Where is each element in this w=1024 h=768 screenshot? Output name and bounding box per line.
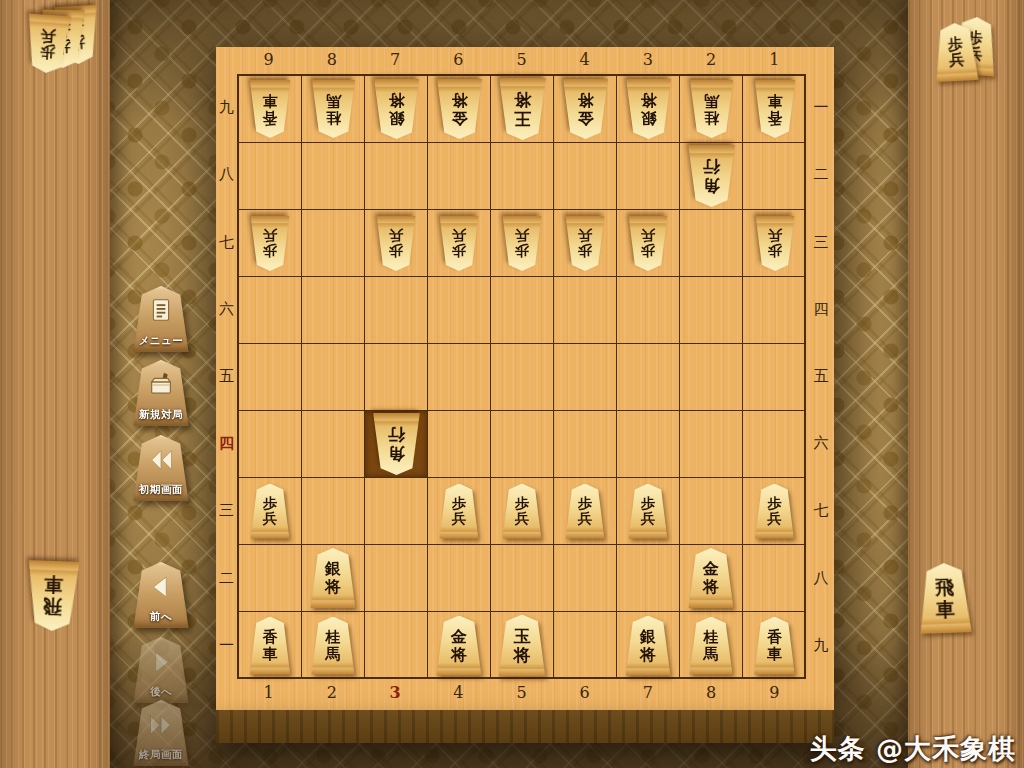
- coord-label: 五: [808, 343, 834, 410]
- coord-label: 7: [363, 50, 426, 69]
- piece-silver-gote[interactable]: 銀将: [371, 79, 422, 139]
- piece-pawn-sente[interactable]: 歩兵: [753, 484, 797, 539]
- square-8-6[interactable]: [302, 411, 365, 478]
- coord-label: 4: [427, 683, 490, 702]
- square-8-9[interactable]: 桂馬: [302, 612, 365, 679]
- square-6-7[interactable]: 歩兵: [428, 478, 491, 545]
- piece-pawn-sente[interactable]: 歩兵: [563, 484, 607, 539]
- piece-pawn-sente[interactable]: 歩兵: [626, 484, 670, 539]
- square-4-2[interactable]: [554, 143, 617, 210]
- square-3-7[interactable]: 歩兵: [617, 478, 680, 545]
- square-1-2[interactable]: [743, 143, 806, 210]
- square-7-1[interactable]: 銀将: [365, 76, 428, 143]
- gote-hand-pawn-tray[interactable]: 歩兵歩兵歩兵: [24, 6, 110, 78]
- square-6-4[interactable]: [428, 277, 491, 344]
- rank-labels-right: 一二三四五六七八九: [808, 74, 834, 679]
- button-rewind-start[interactable]: 初期画面: [131, 435, 191, 501]
- square-2-3[interactable]: [680, 210, 743, 277]
- coord-label: 8: [300, 50, 363, 69]
- piece-gold-sente[interactable]: 金将: [434, 616, 485, 676]
- piece-gold-gote[interactable]: 金将: [434, 79, 485, 139]
- piece-pawn-gote[interactable]: 歩兵: [626, 216, 670, 271]
- coord-label: 三: [808, 208, 834, 275]
- square-6-9[interactable]: 金将: [428, 612, 491, 679]
- piece-lance-sente[interactable]: 香車: [752, 617, 798, 675]
- square-1-3[interactable]: 歩兵: [743, 210, 806, 277]
- coord-label: 七: [216, 208, 237, 275]
- file-labels-bottom: 123456789: [237, 683, 806, 702]
- square-4-6[interactable]: [554, 411, 617, 478]
- piece-rook-gote[interactable]: 飛車: [23, 560, 83, 632]
- square-7-7[interactable]: [365, 478, 428, 545]
- square-5-2[interactable]: [491, 143, 554, 210]
- coord-label: 一: [808, 74, 834, 141]
- square-2-5[interactable]: [680, 344, 743, 411]
- square-2-8[interactable]: 金将: [680, 545, 743, 612]
- shogi-board: 987654321 123456789 九八七六五四三二一 一二三四五六七八九 …: [216, 47, 834, 710]
- square-4-8[interactable]: [554, 545, 617, 612]
- square-3-1[interactable]: 銀将: [617, 76, 680, 143]
- square-9-6[interactable]: [239, 411, 302, 478]
- coord-label: 七: [808, 477, 834, 544]
- square-3-8[interactable]: [617, 545, 680, 612]
- square-1-6[interactable]: [743, 411, 806, 478]
- piece-pawn-gote[interactable]: 歩兵: [248, 216, 292, 271]
- piece-silver-sente[interactable]: 銀将: [623, 616, 674, 676]
- piece-rook-sente[interactable]: 飛車: [915, 562, 975, 634]
- new-game-icon: [131, 371, 191, 399]
- coord-label: 5: [490, 50, 553, 69]
- piece-pawn-gote[interactable]: 歩兵: [437, 216, 481, 271]
- piece-lance-gote[interactable]: 香車: [247, 80, 293, 138]
- square-1-5[interactable]: [743, 344, 806, 411]
- piece-pawn-sente[interactable]: 歩兵: [248, 484, 292, 539]
- square-5-9[interactable]: 玉将: [491, 612, 554, 679]
- coord-label: 7: [616, 683, 679, 702]
- square-5-3[interactable]: 歩兵: [491, 210, 554, 277]
- step-forward-icon: [131, 648, 191, 676]
- square-1-8[interactable]: [743, 545, 806, 612]
- coord-label: 1: [237, 683, 300, 702]
- coord-label: 九: [216, 74, 237, 141]
- piece-pawn-gote[interactable]: 歩兵: [500, 216, 544, 271]
- button-menu[interactable]: メニュー: [131, 286, 191, 352]
- button-forward-end: 終局画面: [131, 700, 191, 766]
- button-label: 新規対局: [131, 408, 191, 422]
- piece-gold-gote[interactable]: 金将: [560, 79, 611, 139]
- button-label: 終局画面: [131, 748, 191, 762]
- square-2-4[interactable]: [680, 277, 743, 344]
- square-9-8[interactable]: [239, 545, 302, 612]
- square-6-3[interactable]: 歩兵: [428, 210, 491, 277]
- square-3-5[interactable]: [617, 344, 680, 411]
- square-5-1[interactable]: 王将: [491, 76, 554, 143]
- coord-label: 5: [490, 683, 553, 702]
- square-8-5[interactable]: [302, 344, 365, 411]
- piece-bishop-gote[interactable]: 角行: [370, 413, 423, 475]
- coord-label: 六: [808, 410, 834, 477]
- coord-label: 一: [216, 612, 237, 679]
- square-9-7[interactable]: 歩兵: [239, 478, 302, 545]
- rank-labels-left: 九八七六五四三二一: [216, 74, 237, 679]
- square-9-2[interactable]: [239, 143, 302, 210]
- coord-label: 2: [680, 50, 743, 69]
- piece-gold-sente[interactable]: 金将: [686, 548, 737, 608]
- square-9-9[interactable]: 香車: [239, 612, 302, 679]
- piece-pawn-sente[interactable]: 歩兵: [437, 484, 481, 539]
- button-label: 初期画面: [131, 483, 191, 497]
- square-2-1[interactable]: 桂馬: [680, 76, 743, 143]
- button-label: 後へ: [131, 685, 191, 699]
- coord-label: 六: [216, 276, 237, 343]
- square-9-4[interactable]: [239, 277, 302, 344]
- square-3-3[interactable]: 歩兵: [617, 210, 680, 277]
- piece-lance-sente[interactable]: 香車: [247, 617, 293, 675]
- square-6-1[interactable]: 金将: [428, 76, 491, 143]
- piece-bishop-gote[interactable]: 角行: [685, 145, 738, 207]
- piece-knight-sente[interactable]: 桂馬: [309, 617, 358, 675]
- square-3-4[interactable]: [617, 277, 680, 344]
- sente-hand-rook-tray[interactable]: 飛車: [916, 563, 982, 641]
- square-4-3[interactable]: 歩兵: [554, 210, 617, 277]
- board-front-edge: [216, 710, 834, 743]
- square-9-5[interactable]: [239, 344, 302, 411]
- square-5-5[interactable]: [491, 344, 554, 411]
- square-4-1[interactable]: 金将: [554, 76, 617, 143]
- square-8-4[interactable]: [302, 277, 365, 344]
- square-7-6[interactable]: 角行: [365, 411, 428, 478]
- coord-label: 6: [427, 50, 490, 69]
- piece-knight-gote[interactable]: 桂馬: [687, 80, 736, 138]
- coord-label: 三: [216, 477, 237, 544]
- menu-icon: [131, 297, 191, 323]
- square-8-7[interactable]: [302, 478, 365, 545]
- square-7-4[interactable]: [365, 277, 428, 344]
- square-5-6[interactable]: [491, 411, 554, 478]
- square-5-8[interactable]: [491, 545, 554, 612]
- square-9-1[interactable]: 香車: [239, 76, 302, 143]
- right-wood-panel: [908, 0, 1024, 768]
- piece-pawn-gote[interactable]: 歩兵: [753, 216, 797, 271]
- square-7-2[interactable]: [365, 143, 428, 210]
- coord-label: 四: [216, 410, 237, 477]
- coord-label: 二: [216, 545, 237, 612]
- square-2-2[interactable]: 角行: [680, 143, 743, 210]
- coord-label: 3: [363, 683, 426, 702]
- square-5-4[interactable]: [491, 277, 554, 344]
- coord-label: 9: [743, 683, 806, 702]
- square-7-3[interactable]: 歩兵: [365, 210, 428, 277]
- piece-knight-gote[interactable]: 桂馬: [309, 80, 358, 138]
- coord-label: 九: [808, 612, 834, 679]
- step-back-icon: [131, 573, 191, 601]
- square-4-9[interactable]: [554, 612, 617, 679]
- coord-label: 4: [553, 50, 616, 69]
- gote-hand-rook-tray[interactable]: 飛車: [24, 561, 88, 637]
- square-4-4[interactable]: [554, 277, 617, 344]
- square-6-5[interactable]: [428, 344, 491, 411]
- board-grid: 香車桂馬銀将金将王将金将銀将桂馬香車角行歩兵歩兵歩兵歩兵歩兵歩兵歩兵角行歩兵歩兵…: [237, 74, 806, 679]
- coord-label: 八: [808, 545, 834, 612]
- square-3-6[interactable]: [617, 411, 680, 478]
- square-9-3[interactable]: 歩兵: [239, 210, 302, 277]
- square-8-3[interactable]: [302, 210, 365, 277]
- coord-label: 五: [216, 343, 237, 410]
- piece-king-sente[interactable]: 玉将: [496, 615, 549, 677]
- coord-label: 二: [808, 141, 834, 208]
- square-6-8[interactable]: [428, 545, 491, 612]
- coord-label: 9: [237, 50, 300, 69]
- piece-king-gote[interactable]: 王将: [496, 78, 549, 140]
- piece-pawn-sente[interactable]: 歩兵: [931, 22, 982, 82]
- square-7-9[interactable]: [365, 612, 428, 679]
- shogi-app-window: 歩兵歩兵歩兵 飛車 歩兵歩兵 飛車 987654321 123456789 九八…: [0, 0, 1024, 768]
- square-8-8[interactable]: 銀将: [302, 545, 365, 612]
- square-8-1[interactable]: 桂馬: [302, 76, 365, 143]
- button-step-back[interactable]: 前へ: [131, 562, 191, 628]
- piece-knight-sente[interactable]: 桂馬: [687, 617, 736, 675]
- square-4-5[interactable]: [554, 344, 617, 411]
- piece-pawn-gote[interactable]: 歩兵: [374, 216, 418, 271]
- piece-silver-sente[interactable]: 銀将: [308, 548, 359, 608]
- square-1-9[interactable]: 香車: [743, 612, 806, 679]
- sente-hand-pawn-tray[interactable]: 歩兵歩兵: [932, 16, 1018, 88]
- coord-label: 6: [553, 683, 616, 702]
- square-1-1[interactable]: 香車: [743, 76, 806, 143]
- piece-silver-gote[interactable]: 銀将: [623, 79, 674, 139]
- square-4-7[interactable]: 歩兵: [554, 478, 617, 545]
- coord-label: 3: [616, 50, 679, 69]
- watermark-text: 头条 @大禾象棋: [810, 731, 1016, 767]
- square-7-5[interactable]: [365, 344, 428, 411]
- button-new-game[interactable]: 新規対局: [131, 360, 191, 426]
- button-label: メニュー: [131, 334, 191, 348]
- piece-pawn-gote[interactable]: 歩兵: [22, 13, 74, 74]
- square-2-6[interactable]: [680, 411, 743, 478]
- square-3-9[interactable]: 銀将: [617, 612, 680, 679]
- piece-lance-gote[interactable]: 香車: [752, 80, 798, 138]
- coord-label: 2: [300, 683, 363, 702]
- square-8-2[interactable]: [302, 143, 365, 210]
- square-6-6[interactable]: [428, 411, 491, 478]
- square-7-8[interactable]: [365, 545, 428, 612]
- button-step-forward: 後へ: [131, 637, 191, 703]
- coord-label: 四: [808, 276, 834, 343]
- square-1-4[interactable]: [743, 277, 806, 344]
- piece-pawn-sente[interactable]: 歩兵: [500, 484, 544, 539]
- piece-pawn-gote[interactable]: 歩兵: [563, 216, 607, 271]
- coord-label: 8: [680, 683, 743, 702]
- square-2-7[interactable]: [680, 478, 743, 545]
- file-labels-top: 987654321: [237, 50, 806, 69]
- rewind-start-icon: [131, 446, 191, 474]
- square-1-7[interactable]: 歩兵: [743, 478, 806, 545]
- square-3-2[interactable]: [617, 143, 680, 210]
- forward-end-icon: [131, 711, 191, 739]
- left-wood-panel: [0, 0, 110, 768]
- square-2-9[interactable]: 桂馬: [680, 612, 743, 679]
- square-5-7[interactable]: 歩兵: [491, 478, 554, 545]
- coord-label: 八: [216, 141, 237, 208]
- square-6-2[interactable]: [428, 143, 491, 210]
- button-label: 前へ: [131, 610, 191, 624]
- coord-label: 1: [743, 50, 806, 69]
